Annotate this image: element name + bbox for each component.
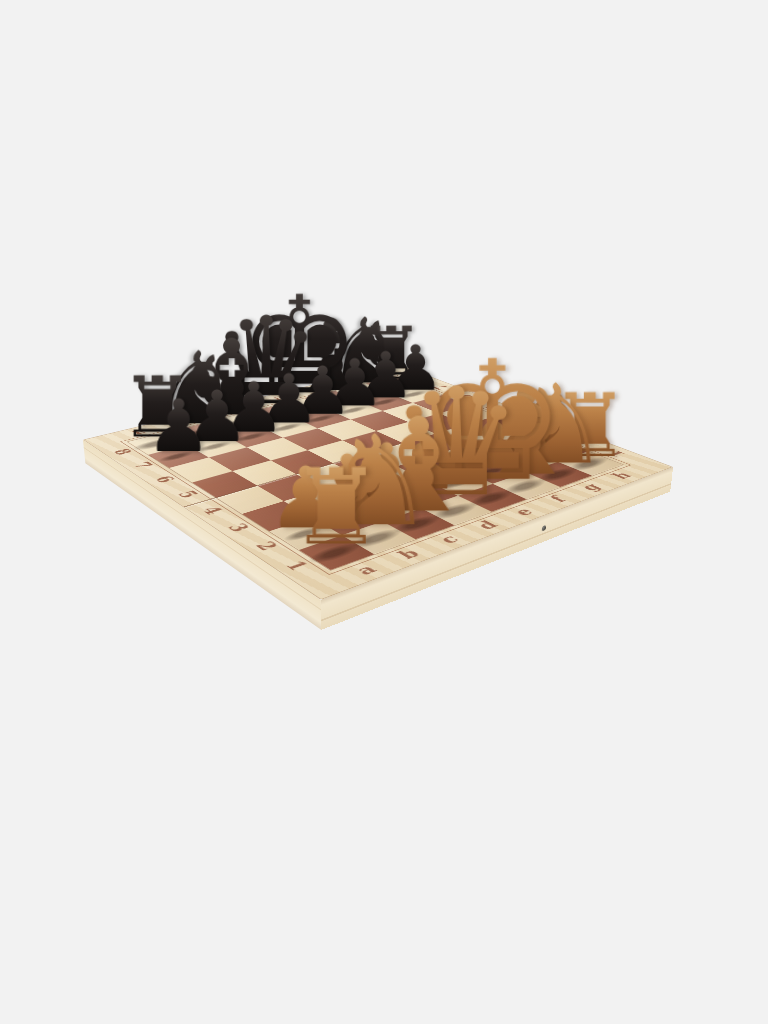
board-scene: ♜♞♝♛♚♝♞♜♟♟♟♟♟♟♟♟♟♟♟♟♟♟♟♟♜♞♝♛♚♝♞♜ 1122334… <box>159 243 579 663</box>
screw <box>542 525 546 532</box>
chess-board: ♜♞♝♛♚♝♞♜♟♟♟♟♟♟♟♟♟♟♟♟♟♟♟♟♜♞♝♛♚♝♞♜ 1122334… <box>83 365 673 600</box>
square-a1: ♜ <box>299 535 374 570</box>
board-top-face: ♜♞♝♛♚♝♞♜♟♟♟♟♟♟♟♟♟♟♟♟♟♟♟♟♜♞♝♛♚♝♞♜ 1122334… <box>83 365 673 600</box>
black-pawn-glyph: ♟ <box>88 390 269 462</box>
product-photo: ♜♞♝♛♚♝♞♜♟♟♟♟♟♟♟♟♟♟♟♟♟♟♟♟♜♞♝♛♚♝♞♜ 1122334… <box>0 0 768 1024</box>
white-rook-glyph: ♜ <box>226 454 446 559</box>
